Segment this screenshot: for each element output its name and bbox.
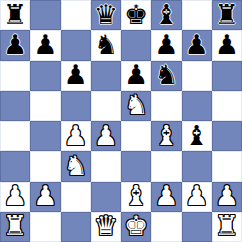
square-a5[interactable]	[0, 91, 30, 121]
square-h2[interactable]: ♟	[212, 182, 242, 212]
square-g3[interactable]	[182, 151, 212, 181]
square-g1[interactable]	[182, 212, 212, 242]
chess-board: ♜♛♚♝♜♟♟♞♟♟♟♟♟♞♞♟♟♝♝♞♟♟♝♟♟♟♜♛♚♜	[0, 0, 242, 242]
square-f4[interactable]: ♝	[151, 121, 181, 151]
square-d2[interactable]	[91, 182, 121, 212]
black-bishop[interactable]: ♝	[154, 1, 178, 28]
square-a8[interactable]: ♜	[0, 0, 30, 30]
square-h4[interactable]	[212, 121, 242, 151]
square-c5[interactable]	[61, 91, 91, 121]
white-king[interactable]: ♚	[124, 212, 148, 239]
square-b7[interactable]: ♟	[30, 30, 60, 60]
square-c7[interactable]	[61, 30, 91, 60]
square-e5[interactable]: ♞	[121, 91, 151, 121]
black-rook[interactable]: ♜	[3, 1, 27, 28]
black-pawn[interactable]: ♟	[215, 31, 239, 58]
square-b3[interactable]	[30, 151, 60, 181]
white-bishop[interactable]: ♝	[124, 182, 148, 209]
black-pawn[interactable]: ♟	[64, 61, 88, 88]
black-pawn[interactable]: ♟	[154, 31, 178, 58]
black-pawn[interactable]: ♟	[3, 31, 27, 58]
square-h1[interactable]: ♜	[212, 212, 242, 242]
white-pawn[interactable]: ♟	[3, 182, 27, 209]
black-bishop[interactable]: ♝	[185, 122, 209, 149]
square-e7[interactable]	[121, 30, 151, 60]
square-f1[interactable]	[151, 212, 181, 242]
white-pawn[interactable]: ♟	[215, 182, 239, 209]
square-c4[interactable]: ♟	[61, 121, 91, 151]
square-g2[interactable]: ♟	[182, 182, 212, 212]
black-king[interactable]: ♚	[124, 1, 148, 28]
square-g5[interactable]	[182, 91, 212, 121]
square-g8[interactable]	[182, 0, 212, 30]
square-d3[interactable]	[91, 151, 121, 181]
square-e6[interactable]: ♟	[121, 61, 151, 91]
black-queen[interactable]: ♛	[94, 1, 118, 28]
square-a3[interactable]	[0, 151, 30, 181]
square-e3[interactable]	[121, 151, 151, 181]
square-c1[interactable]	[61, 212, 91, 242]
square-c2[interactable]	[61, 182, 91, 212]
black-pawn[interactable]: ♟	[124, 61, 148, 88]
square-a2[interactable]: ♟	[0, 182, 30, 212]
square-h5[interactable]	[212, 91, 242, 121]
square-g4[interactable]: ♝	[182, 121, 212, 151]
square-b2[interactable]: ♟	[30, 182, 60, 212]
square-f6[interactable]: ♞	[151, 61, 181, 91]
square-d8[interactable]: ♛	[91, 0, 121, 30]
chess-board-container: ♜♛♚♝♜♟♟♞♟♟♟♟♟♞♞♟♟♝♝♞♟♟♝♟♟♟♜♛♚♜	[0, 0, 242, 242]
white-pawn[interactable]: ♟	[185, 182, 209, 209]
square-f7[interactable]: ♟	[151, 30, 181, 60]
square-c3[interactable]: ♞	[61, 151, 91, 181]
square-e4[interactable]	[121, 121, 151, 151]
square-g6[interactable]	[182, 61, 212, 91]
square-d1[interactable]: ♛	[91, 212, 121, 242]
black-knight[interactable]: ♞	[154, 61, 178, 88]
square-f2[interactable]: ♟	[151, 182, 181, 212]
square-a7[interactable]: ♟	[0, 30, 30, 60]
square-f3[interactable]	[151, 151, 181, 181]
white-knight[interactable]: ♞	[124, 91, 148, 118]
white-knight[interactable]: ♞	[64, 152, 88, 179]
white-queen[interactable]: ♛	[94, 212, 118, 239]
white-bishop[interactable]: ♝	[154, 122, 178, 149]
square-b6[interactable]	[30, 61, 60, 91]
square-a6[interactable]	[0, 61, 30, 91]
square-g7[interactable]: ♟	[182, 30, 212, 60]
square-b1[interactable]	[30, 212, 60, 242]
white-pawn[interactable]: ♟	[33, 182, 57, 209]
black-pawn[interactable]: ♟	[33, 31, 57, 58]
square-h3[interactable]	[212, 151, 242, 181]
black-knight[interactable]: ♞	[94, 31, 118, 58]
square-d6[interactable]	[91, 61, 121, 91]
square-e2[interactable]: ♝	[121, 182, 151, 212]
square-e8[interactable]: ♚	[121, 0, 151, 30]
square-b4[interactable]	[30, 121, 60, 151]
white-pawn[interactable]: ♟	[64, 122, 88, 149]
white-rook[interactable]: ♜	[3, 212, 27, 239]
square-b8[interactable]	[30, 0, 60, 30]
square-a4[interactable]	[0, 121, 30, 151]
square-c6[interactable]: ♟	[61, 61, 91, 91]
square-b5[interactable]	[30, 91, 60, 121]
black-pawn[interactable]: ♟	[185, 31, 209, 58]
white-pawn[interactable]: ♟	[154, 182, 178, 209]
white-pawn[interactable]: ♟	[94, 122, 118, 149]
square-c8[interactable]	[61, 0, 91, 30]
square-d7[interactable]: ♞	[91, 30, 121, 60]
square-d4[interactable]: ♟	[91, 121, 121, 151]
square-d5[interactable]	[91, 91, 121, 121]
white-rook[interactable]: ♜	[215, 212, 239, 239]
square-h8[interactable]: ♜	[212, 0, 242, 30]
square-e1[interactable]: ♚	[121, 212, 151, 242]
black-rook[interactable]: ♜	[215, 1, 239, 28]
square-f5[interactable]	[151, 91, 181, 121]
square-f8[interactable]: ♝	[151, 0, 181, 30]
square-h6[interactable]	[212, 61, 242, 91]
square-a1[interactable]: ♜	[0, 212, 30, 242]
square-h7[interactable]: ♟	[212, 30, 242, 60]
